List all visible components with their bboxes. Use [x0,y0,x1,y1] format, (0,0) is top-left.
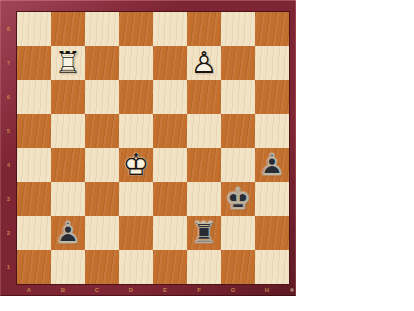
piece-glyph-fill: ♟ [255,148,289,182]
square-e2[interactable] [153,216,187,250]
square-d3[interactable] [119,182,153,216]
square-a3[interactable] [17,182,51,216]
square-g6[interactable] [221,80,255,114]
file-label-b: B [46,284,80,296]
square-b6[interactable] [51,80,85,114]
square-g4[interactable] [221,148,255,182]
square-a1[interactable] [17,250,51,284]
square-h3[interactable] [255,182,289,216]
piece-glyph-fill: ♜ [187,216,221,250]
square-h8[interactable] [255,12,289,46]
rank-label-6: 6 [0,80,17,114]
square-g2[interactable] [221,216,255,250]
piece-black-pawn: ♟♙ [255,148,289,182]
square-a2[interactable] [17,216,51,250]
piece-glyph-outline: ♙ [187,46,221,80]
piece-glyph-outline: ♖ [51,46,85,80]
square-e4[interactable] [153,148,187,182]
piece-glyph-outline: ♙ [255,148,289,182]
square-h2[interactable] [255,216,289,250]
square-f5[interactable] [187,114,221,148]
square-h4[interactable]: ♟♙ [255,148,289,182]
square-g5[interactable] [221,114,255,148]
square-f1[interactable] [187,250,221,284]
piece-black-king: ♚♔ [221,182,255,216]
rank-label-8: 8 [0,12,17,46]
square-c8[interactable] [85,12,119,46]
piece-white-rook: ♜♖ [51,46,85,80]
piece-glyph-outline: ♔ [221,182,255,216]
square-d4[interactable]: ♚♔ [119,148,153,182]
file-label-f: F [182,284,216,296]
board-grid: ♜♖♟♙♚♔♟♙♚♔♟♙♜♖ [17,12,289,284]
square-d1[interactable] [119,250,153,284]
square-c4[interactable] [85,148,119,182]
square-c2[interactable] [85,216,119,250]
square-b8[interactable] [51,12,85,46]
square-d5[interactable] [119,114,153,148]
square-f3[interactable] [187,182,221,216]
square-e1[interactable] [153,250,187,284]
square-e5[interactable] [153,114,187,148]
rank-label-5: 5 [0,114,17,148]
piece-glyph-outline: ♙ [51,216,85,250]
square-e6[interactable] [153,80,187,114]
square-c7[interactable] [85,46,119,80]
square-h5[interactable] [255,114,289,148]
square-f4[interactable] [187,148,221,182]
square-h1[interactable] [255,250,289,284]
piece-glyph-fill: ♟ [187,46,221,80]
square-d7[interactable] [119,46,153,80]
file-label-c: C [80,284,114,296]
rank-label-4: 4 [0,148,17,182]
file-label-h: H [250,284,284,296]
piece-black-pawn: ♟♙ [51,216,85,250]
rank-label-7: 7 [0,46,17,80]
square-a4[interactable] [17,148,51,182]
square-c6[interactable] [85,80,119,114]
square-b7[interactable]: ♜♖ [51,46,85,80]
square-b1[interactable] [51,250,85,284]
square-c5[interactable] [85,114,119,148]
square-a5[interactable] [17,114,51,148]
square-d2[interactable] [119,216,153,250]
chess-board: ♜♖♟♙♚♔♟♙♚♔♟♙♜♖ 87654321ABCDEFGH [0,0,296,296]
file-label-d: D [114,284,148,296]
square-h7[interactable] [255,46,289,80]
square-a8[interactable] [17,12,51,46]
square-c3[interactable] [85,182,119,216]
piece-glyph-outline: ♖ [187,216,221,250]
square-g7[interactable] [221,46,255,80]
square-b4[interactable] [51,148,85,182]
square-b5[interactable] [51,114,85,148]
square-b2[interactable]: ♟♙ [51,216,85,250]
square-e3[interactable] [153,182,187,216]
square-d8[interactable] [119,12,153,46]
square-b3[interactable] [51,182,85,216]
square-f7[interactable]: ♟♙ [187,46,221,80]
file-label-a: A [12,284,46,296]
piece-black-rook: ♜♖ [187,216,221,250]
square-f6[interactable] [187,80,221,114]
piece-glyph-fill: ♜ [51,46,85,80]
square-d6[interactable] [119,80,153,114]
piece-glyph-fill: ♚ [119,148,153,182]
square-g3[interactable]: ♚♔ [221,182,255,216]
square-f2[interactable]: ♜♖ [187,216,221,250]
piece-white-pawn: ♟♙ [187,46,221,80]
file-label-e: E [148,284,182,296]
piece-glyph-outline: ♔ [119,148,153,182]
piece-glyph-fill: ♟ [51,216,85,250]
square-e7[interactable] [153,46,187,80]
rank-label-1: 1 [0,250,17,284]
square-g8[interactable] [221,12,255,46]
corner-marker-icon [290,288,294,292]
square-e8[interactable] [153,12,187,46]
rank-label-2: 2 [0,216,17,250]
square-a7[interactable] [17,46,51,80]
square-a6[interactable] [17,80,51,114]
square-h6[interactable] [255,80,289,114]
rank-label-3: 3 [0,182,17,216]
square-g1[interactable] [221,250,255,284]
square-f8[interactable] [187,12,221,46]
piece-white-king: ♚♔ [119,148,153,182]
square-c1[interactable] [85,250,119,284]
page: ♜♖♟♙♚♔♟♙♚♔♟♙♜♖ 87654321ABCDEFGH [0,0,414,311]
file-label-g: G [216,284,250,296]
piece-glyph-fill: ♚ [221,182,255,216]
